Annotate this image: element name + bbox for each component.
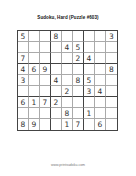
cell-r3c8[interactable]: [95, 53, 106, 64]
cell-r1c9[interactable]: 3: [106, 31, 117, 42]
cell-r2c4[interactable]: [51, 42, 62, 53]
cell-r8c6[interactable]: [73, 108, 84, 119]
cell-r2c6[interactable]: 5: [73, 42, 84, 53]
sudoku-sheet: Sudoku, Hard (Puzzle #603) 5834572446983…: [0, 0, 136, 176]
cell-r1c8[interactable]: [95, 31, 106, 42]
cell-r6c7[interactable]: 3: [84, 86, 95, 97]
cell-r6c5[interactable]: 2: [62, 86, 73, 97]
cell-r9c2[interactable]: 9: [29, 119, 40, 130]
cell-r7c9[interactable]: [106, 97, 117, 108]
cell-r8c5[interactable]: 8: [62, 108, 73, 119]
cell-r6c4[interactable]: [51, 86, 62, 97]
cell-r6c1[interactable]: [18, 86, 29, 97]
cell-r4c9[interactable]: 8: [106, 64, 117, 75]
cell-r8c2[interactable]: [29, 108, 40, 119]
cell-r8c3[interactable]: [40, 108, 51, 119]
cell-r2c7[interactable]: [84, 42, 95, 53]
cell-r1c1[interactable]: 5: [18, 31, 29, 42]
cell-r6c6[interactable]: [73, 86, 84, 97]
cell-r9c9[interactable]: [106, 119, 117, 130]
cell-r9c3[interactable]: [40, 119, 51, 130]
cell-r5c5[interactable]: [62, 75, 73, 86]
cell-r9c4[interactable]: [51, 119, 62, 130]
cell-r6c9[interactable]: [106, 86, 117, 97]
cell-r7c7[interactable]: [84, 97, 95, 108]
cell-r8c9[interactable]: [106, 108, 117, 119]
cell-r2c9[interactable]: [106, 42, 117, 53]
cell-r4c3[interactable]: 9: [40, 64, 51, 75]
cell-r3c3[interactable]: [40, 53, 51, 64]
cell-r1c5[interactable]: [62, 31, 73, 42]
cell-r2c5[interactable]: 4: [62, 42, 73, 53]
cell-r4c7[interactable]: [84, 64, 95, 75]
cell-r9c6[interactable]: 7: [73, 119, 84, 130]
cell-r9c1[interactable]: 8: [18, 119, 29, 130]
cell-r1c2[interactable]: [29, 31, 40, 42]
cell-r9c5[interactable]: 1: [62, 119, 73, 130]
cell-r6c2[interactable]: [29, 86, 40, 97]
cell-r7c2[interactable]: 1: [29, 97, 40, 108]
puzzle-title: Sudoku, Hard (Puzzle #603): [0, 15, 136, 20]
cell-r7c8[interactable]: [95, 97, 106, 108]
cell-r4c4[interactable]: [51, 64, 62, 75]
cell-r2c3[interactable]: [40, 42, 51, 53]
cell-r7c4[interactable]: 2: [51, 97, 62, 108]
cell-r7c3[interactable]: 7: [40, 97, 51, 108]
cell-r5c6[interactable]: 8: [73, 75, 84, 86]
cell-r5c9[interactable]: [106, 75, 117, 86]
cell-r4c6[interactable]: [73, 64, 84, 75]
cell-r7c6[interactable]: [73, 97, 84, 108]
cell-r7c1[interactable]: 6: [18, 97, 29, 108]
cell-r3c5[interactable]: [62, 53, 73, 64]
cell-r7c5[interactable]: [62, 97, 73, 108]
cell-r6c8[interactable]: 4: [95, 86, 106, 97]
cell-r8c4[interactable]: [51, 108, 62, 119]
cell-r9c7[interactable]: [84, 119, 95, 130]
cell-r1c6[interactable]: [73, 31, 84, 42]
cell-r5c4[interactable]: 4: [51, 75, 62, 86]
cell-r2c2[interactable]: [29, 42, 40, 53]
cell-r4c1[interactable]: 4: [18, 64, 29, 75]
cell-r4c8[interactable]: [95, 64, 106, 75]
cell-r5c2[interactable]: [29, 75, 40, 86]
sudoku-board: 583457244698348523461728189176: [17, 30, 118, 131]
cell-r6c3[interactable]: [40, 86, 51, 97]
cell-r8c7[interactable]: 1: [84, 108, 95, 119]
cell-r3c2[interactable]: [29, 53, 40, 64]
cell-r5c1[interactable]: 3: [18, 75, 29, 86]
cell-r3c7[interactable]: 4: [84, 53, 95, 64]
cell-r5c8[interactable]: [95, 75, 106, 86]
cell-r2c8[interactable]: [95, 42, 106, 53]
cell-r9c8[interactable]: 6: [95, 119, 106, 130]
cell-r3c6[interactable]: 2: [73, 53, 84, 64]
cell-r5c3[interactable]: [40, 75, 51, 86]
cell-r1c3[interactable]: [40, 31, 51, 42]
cell-r1c7[interactable]: [84, 31, 95, 42]
cell-r1c4[interactable]: 8: [51, 31, 62, 42]
cell-r8c8[interactable]: [95, 108, 106, 119]
cell-r4c2[interactable]: 6: [29, 64, 40, 75]
cell-r3c1[interactable]: 7: [18, 53, 29, 64]
cell-r8c1[interactable]: [18, 108, 29, 119]
cell-r2c1[interactable]: [18, 42, 29, 53]
cell-r3c4[interactable]: [51, 53, 62, 64]
cell-r3c9[interactable]: [106, 53, 117, 64]
footer-url: www.printsudoku.com: [0, 163, 136, 167]
cell-r4c5[interactable]: [62, 64, 73, 75]
cell-r5c7[interactable]: 5: [84, 75, 95, 86]
